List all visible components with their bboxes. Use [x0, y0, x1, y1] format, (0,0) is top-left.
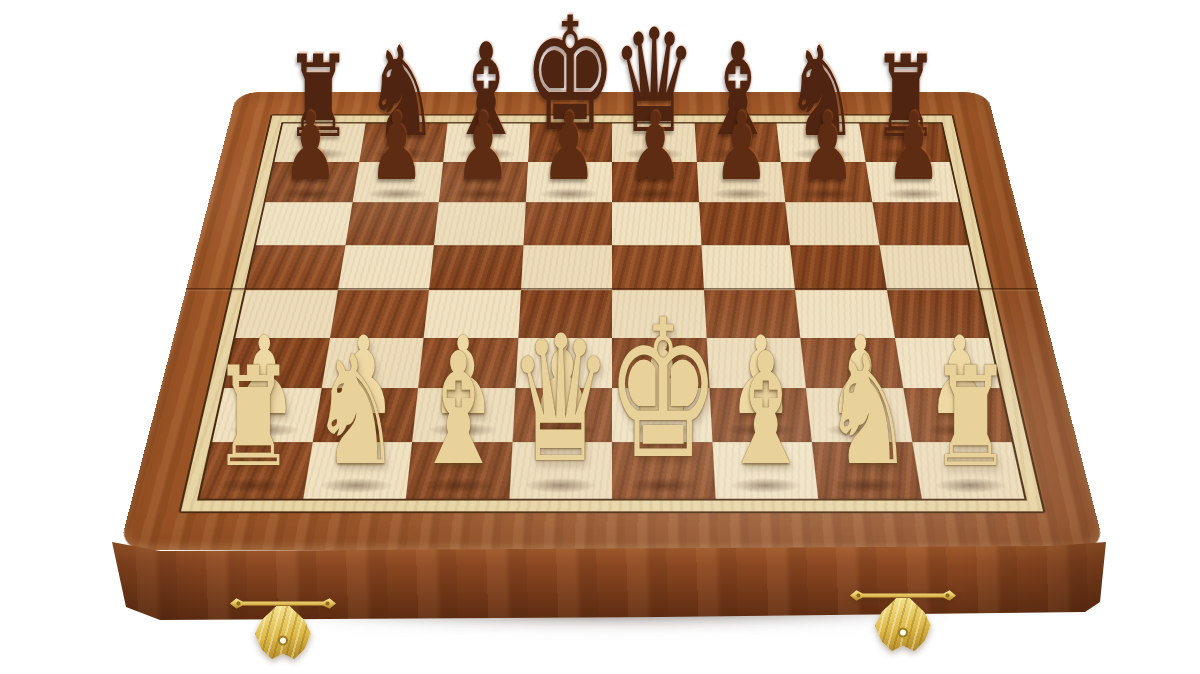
square-c1 [406, 442, 512, 499]
square-a7 [265, 162, 358, 202]
square-f8 [694, 123, 781, 161]
square-c7 [439, 162, 528, 202]
square-h7 [865, 162, 958, 202]
square-h6 [872, 202, 968, 245]
square-b6 [345, 202, 439, 245]
square-d7 [525, 162, 612, 202]
square-f6 [699, 202, 790, 245]
square-b5 [338, 245, 435, 290]
square-h4 [887, 290, 989, 338]
square-h2 [903, 388, 1012, 442]
brass-latch-icon [850, 589, 956, 652]
square-f3 [706, 338, 806, 388]
square-b8 [359, 123, 448, 161]
square-b4 [330, 290, 429, 338]
square-g5 [790, 245, 887, 290]
square-d2 [512, 388, 612, 442]
chess-board [119, 92, 1106, 550]
square-f7 [696, 162, 785, 202]
square-a6 [256, 202, 352, 245]
squares-grid [200, 123, 1025, 498]
square-a5 [246, 245, 345, 290]
square-b3 [321, 338, 424, 388]
square-g1 [812, 442, 921, 499]
square-c5 [429, 245, 523, 290]
square-h5 [879, 245, 978, 290]
square-e1 [612, 442, 715, 499]
square-a2 [212, 388, 321, 442]
square-d1 [509, 442, 612, 499]
square-b2 [312, 388, 418, 442]
square-g7 [781, 162, 872, 202]
square-g4 [795, 290, 894, 338]
square-c8 [443, 123, 530, 161]
square-a1 [200, 442, 313, 499]
square-f5 [701, 245, 795, 290]
square-a4 [235, 290, 337, 338]
square-c3 [418, 338, 518, 388]
maple-border-strip [181, 116, 1043, 512]
square-e7 [612, 162, 699, 202]
square-c2 [412, 388, 515, 442]
square-e6 [612, 202, 701, 245]
square-a3 [224, 338, 329, 388]
square-h3 [894, 338, 999, 388]
square-g8 [777, 123, 866, 161]
latch-clasp [255, 606, 311, 660]
inlay-outline [178, 114, 1045, 513]
square-f1 [712, 442, 818, 499]
square-f4 [704, 290, 801, 338]
square-e8 [612, 123, 696, 161]
latch-clasp [875, 598, 931, 652]
scene: ♜♞♝♚♛♝♞♜♟♟♟♟♟♟♟♟♟♟♟♟♟♟♟♟♜♞♝♛♚♝♞♜ [0, 0, 1200, 674]
square-d5 [521, 245, 613, 290]
square-g2 [806, 388, 912, 442]
square-h1 [912, 442, 1025, 499]
square-c4 [424, 290, 521, 338]
brass-latch-icon [230, 597, 336, 660]
square-e5 [612, 245, 704, 290]
inner-outline [197, 122, 1027, 500]
square-d8 [528, 123, 612, 161]
square-c6 [434, 202, 525, 245]
square-g3 [800, 338, 903, 388]
square-d4 [518, 290, 612, 338]
square-h8 [859, 123, 950, 161]
square-d6 [523, 202, 612, 245]
square-b1 [303, 442, 412, 499]
square-e2 [612, 388, 712, 442]
square-e3 [612, 338, 709, 388]
square-b7 [352, 162, 443, 202]
square-e4 [612, 290, 706, 338]
square-f2 [709, 388, 812, 442]
square-g6 [785, 202, 879, 245]
square-d3 [515, 338, 612, 388]
square-a8 [274, 123, 365, 161]
fold-seam [186, 288, 1038, 291]
